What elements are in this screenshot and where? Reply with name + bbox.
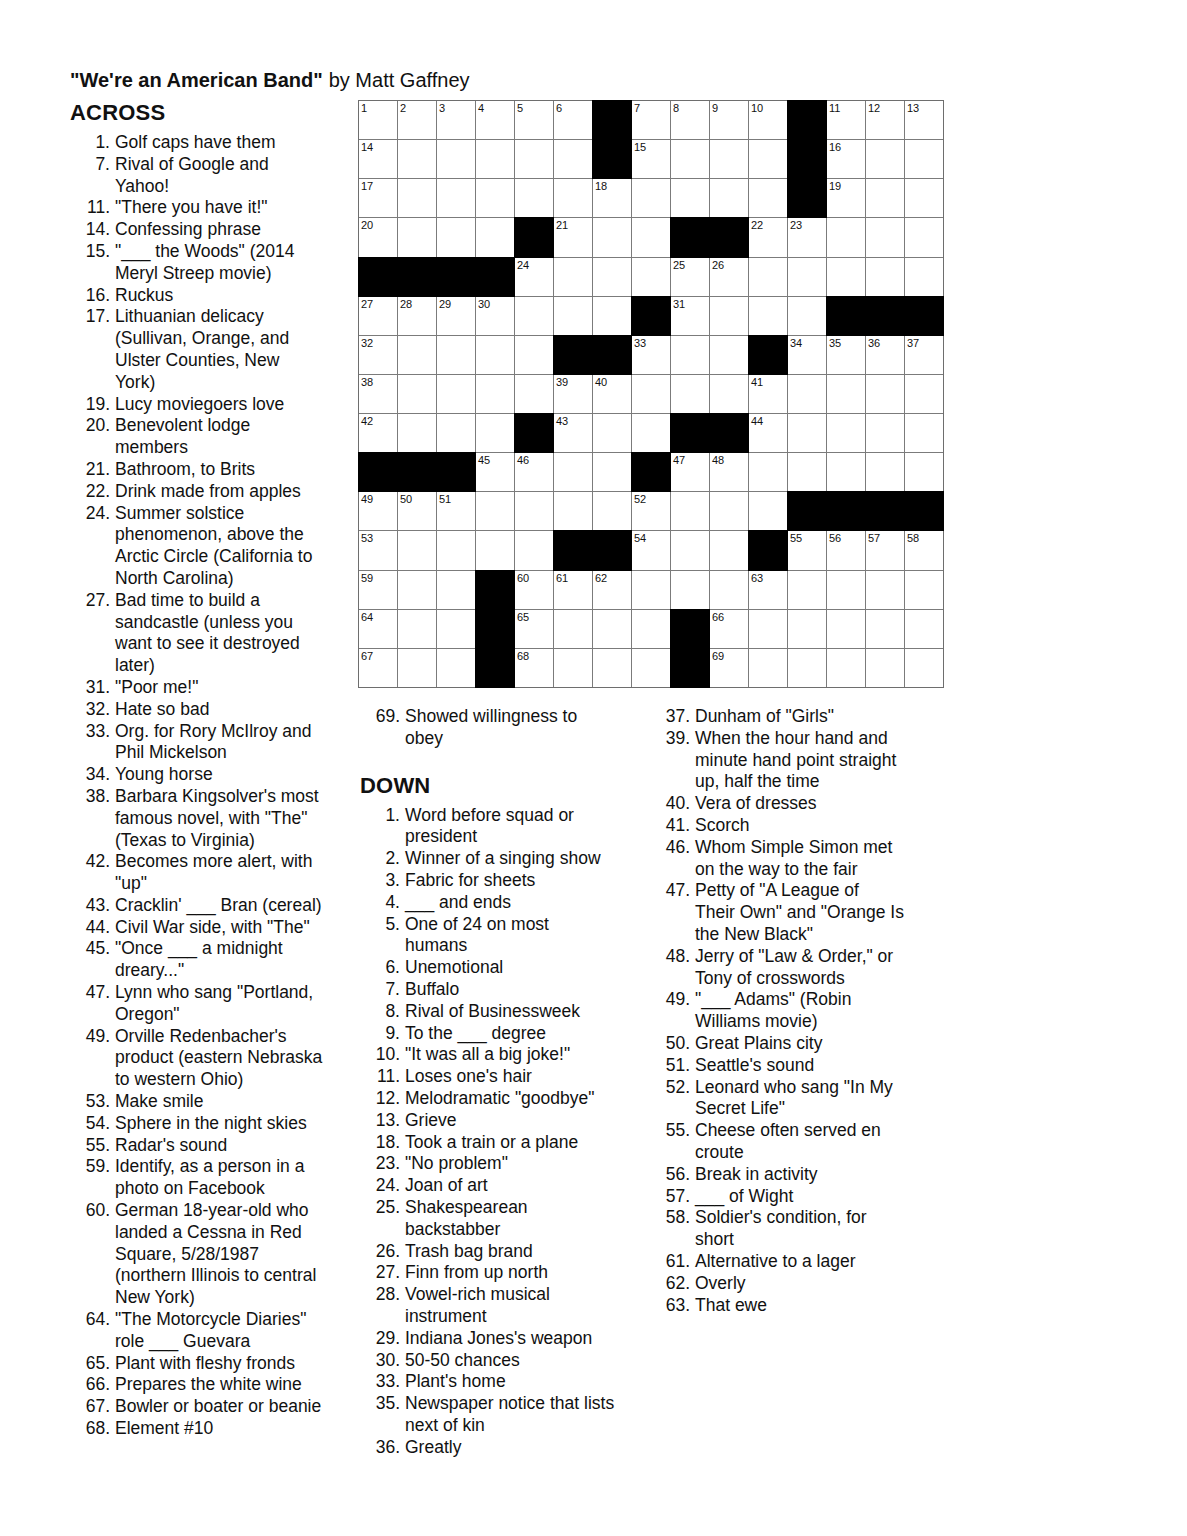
- grid-cell[interactable]: [866, 453, 904, 491]
- clue-text: One of 24 on most humans: [405, 914, 652, 958]
- grid-cell[interactable]: [476, 336, 514, 374]
- grid-cell[interactable]: 45: [476, 453, 514, 491]
- grid-cell[interactable]: 14: [359, 140, 397, 178]
- clue-item: 67.Bowler or boater or beanie: [70, 1396, 362, 1418]
- black-square: [632, 453, 670, 491]
- grid-cell[interactable]: 41: [749, 375, 787, 413]
- clue-item: 59.Identify, as a person in a photo on F…: [70, 1156, 362, 1200]
- grid-cell[interactable]: [710, 179, 748, 217]
- clue-number: 7.: [360, 979, 405, 1001]
- grid-cell[interactable]: [905, 571, 943, 609]
- clue-item: 69.Showed willingness to obey: [360, 706, 652, 750]
- clue-text: Scorch: [695, 815, 952, 837]
- grid-cell[interactable]: [671, 531, 709, 569]
- black-square: [476, 571, 514, 609]
- grid-cell[interactable]: 34: [788, 336, 826, 374]
- grid-cell[interactable]: [593, 258, 631, 296]
- grid-cell[interactable]: [866, 571, 904, 609]
- grid-cell[interactable]: [593, 218, 631, 256]
- grid-cell[interactable]: 7: [632, 101, 670, 139]
- black-square: [788, 140, 826, 178]
- grid-cell[interactable]: 67: [359, 649, 397, 687]
- grid-cell[interactable]: [788, 610, 826, 648]
- grid-cell[interactable]: 57: [866, 531, 904, 569]
- clue-item: 49.Orville Redenbacher's product (easter…: [70, 1026, 362, 1091]
- grid-cell[interactable]: [593, 297, 631, 335]
- grid-cell[interactable]: [476, 414, 514, 452]
- grid-cell[interactable]: [827, 258, 865, 296]
- grid-cell[interactable]: [671, 492, 709, 530]
- grid-cell[interactable]: 10: [749, 101, 787, 139]
- grid-cell[interactable]: 66: [710, 610, 748, 648]
- clue-item: 49."___ Adams" (Robin Williams movie): [650, 989, 952, 1033]
- clue-item: 13.Grieve: [360, 1110, 652, 1132]
- grid-cell[interactable]: [554, 649, 592, 687]
- grid-cell[interactable]: [554, 258, 592, 296]
- grid-cell[interactable]: 25: [671, 258, 709, 296]
- grid-cell[interactable]: [515, 336, 553, 374]
- grid-cell[interactable]: 28: [398, 297, 436, 335]
- grid-cell[interactable]: 5: [515, 101, 553, 139]
- grid-cell[interactable]: 40: [593, 375, 631, 413]
- grid-cell[interactable]: [437, 531, 475, 569]
- clue-item: 21.Bathroom, to Brits: [70, 459, 362, 481]
- grid-cell[interactable]: [710, 336, 748, 374]
- clue-number: 26.: [360, 1241, 405, 1263]
- cell-number: 19: [829, 180, 841, 192]
- grid-cell[interactable]: [710, 531, 748, 569]
- grid-cell[interactable]: [515, 297, 553, 335]
- grid-cell[interactable]: [905, 649, 943, 687]
- grid-cell[interactable]: [749, 258, 787, 296]
- black-square: [554, 336, 592, 374]
- grid-cell[interactable]: [398, 336, 436, 374]
- grid-cell[interactable]: [398, 218, 436, 256]
- clue-text: "No problem": [405, 1153, 652, 1175]
- clue-item: 29.Indiana Jones's weapon: [360, 1328, 652, 1350]
- grid-cell[interactable]: 1: [359, 101, 397, 139]
- grid-cell[interactable]: 59: [359, 571, 397, 609]
- grid-cell[interactable]: [593, 453, 631, 491]
- grid-cell[interactable]: [398, 375, 436, 413]
- clue-text: Cheese often served en croute: [695, 1120, 952, 1164]
- grid-cell[interactable]: [866, 258, 904, 296]
- grid-cell[interactable]: 55: [788, 531, 826, 569]
- clue-text: Alternative to a lager: [695, 1251, 952, 1273]
- cell-number: 9: [712, 102, 718, 114]
- grid-cell[interactable]: 24: [515, 258, 553, 296]
- grid-cell[interactable]: [788, 258, 826, 296]
- grid-cell[interactable]: [866, 414, 904, 452]
- clue-number: 28.: [360, 1284, 405, 1328]
- grid-cell[interactable]: [437, 375, 475, 413]
- grid-cell[interactable]: [827, 414, 865, 452]
- grid-cell[interactable]: 52: [632, 492, 670, 530]
- grid-cell[interactable]: [593, 414, 631, 452]
- clue-text: Vera of dresses: [695, 793, 952, 815]
- black-square: [710, 414, 748, 452]
- grid-cell[interactable]: [788, 571, 826, 609]
- grid-cell[interactable]: [632, 649, 670, 687]
- grid-cell[interactable]: [827, 610, 865, 648]
- grid-cell[interactable]: 62: [593, 571, 631, 609]
- grid-cell[interactable]: [710, 492, 748, 530]
- clue-number: 9.: [360, 1023, 405, 1045]
- across-clue-list: 1.Golf caps have them7.Rival of Google a…: [70, 132, 362, 1440]
- grid-cell[interactable]: [398, 649, 436, 687]
- cell-number: 59: [361, 572, 373, 584]
- clue-number: 43.: [70, 895, 115, 917]
- grid-cell[interactable]: 17: [359, 179, 397, 217]
- cell-number: 5: [517, 102, 523, 114]
- clue-number: 30.: [360, 1350, 405, 1372]
- grid-cell[interactable]: [710, 375, 748, 413]
- clue-text: 50-50 chances: [405, 1350, 652, 1372]
- grid-cell[interactable]: 31: [671, 297, 709, 335]
- grid-cell[interactable]: [632, 610, 670, 648]
- grid-cell[interactable]: [866, 179, 904, 217]
- clue-number: 46.: [650, 837, 695, 881]
- clue-text: Young horse: [115, 764, 362, 786]
- grid-cell[interactable]: [749, 140, 787, 178]
- clue-number: 62.: [650, 1273, 695, 1295]
- grid-cell[interactable]: [437, 610, 475, 648]
- grid-cell[interactable]: 4: [476, 101, 514, 139]
- clue-item: 40.Vera of dresses: [650, 793, 952, 815]
- clue-number: 14.: [70, 219, 115, 241]
- cell-number: 46: [517, 454, 529, 466]
- clue-number: 33.: [70, 721, 115, 765]
- clue-text: Great Plains city: [695, 1033, 952, 1055]
- grid-cell[interactable]: [788, 414, 826, 452]
- cell-number: 16: [829, 141, 841, 153]
- grid-cell[interactable]: [554, 179, 592, 217]
- grid-cell[interactable]: 48: [710, 453, 748, 491]
- grid-cell[interactable]: [749, 610, 787, 648]
- grid-cell[interactable]: 64: [359, 610, 397, 648]
- grid-cell[interactable]: [710, 297, 748, 335]
- grid-cell[interactable]: [632, 375, 670, 413]
- grid-cell[interactable]: [905, 375, 943, 413]
- grid-cell[interactable]: 23: [788, 218, 826, 256]
- black-square: [593, 336, 631, 374]
- clue-item: 38.Barbara Kingsolver's most famous nove…: [70, 786, 362, 851]
- grid-cell[interactable]: 20: [359, 218, 397, 256]
- grid-cell[interactable]: 15: [632, 140, 670, 178]
- grid-cell[interactable]: [437, 218, 475, 256]
- grid-cell[interactable]: 26: [710, 258, 748, 296]
- black-square: [476, 258, 514, 296]
- grid-cell[interactable]: [437, 649, 475, 687]
- black-square: [398, 258, 436, 296]
- clue-text: German 18-year-old who landed a Cessna i…: [115, 1200, 362, 1309]
- clue-number: 4.: [360, 892, 405, 914]
- black-square: [710, 218, 748, 256]
- grid-cell[interactable]: 35: [827, 336, 865, 374]
- grid-cell[interactable]: 47: [671, 453, 709, 491]
- clue-item: 24.Joan of art: [360, 1175, 652, 1197]
- grid-cell[interactable]: 2: [398, 101, 436, 139]
- clue-number: 47.: [650, 880, 695, 945]
- grid-cell[interactable]: [866, 140, 904, 178]
- grid-cell[interactable]: 68: [515, 649, 553, 687]
- grid-cell[interactable]: [788, 649, 826, 687]
- grid-cell[interactable]: 29: [437, 297, 475, 335]
- clue-text: Identify, as a person in a photo on Face…: [115, 1156, 362, 1200]
- clue-item: 64."The Motorcycle Diaries" role ___ Gue…: [70, 1309, 362, 1353]
- grid-cell[interactable]: [827, 649, 865, 687]
- grid-cell[interactable]: [749, 453, 787, 491]
- clue-number: 13.: [360, 1110, 405, 1132]
- grid-cell[interactable]: [827, 218, 865, 256]
- grid-cell[interactable]: [593, 492, 631, 530]
- clue-item: 56.Break in activity: [650, 1164, 952, 1186]
- clue-number: 44.: [70, 917, 115, 939]
- black-square: [593, 101, 631, 139]
- grid-cell[interactable]: [515, 375, 553, 413]
- clue-number: 6.: [360, 957, 405, 979]
- grid-cell[interactable]: 27: [359, 297, 397, 335]
- cell-number: 41: [751, 376, 763, 388]
- clue-text: Seattle's sound: [695, 1055, 952, 1077]
- clue-number: 48.: [650, 946, 695, 990]
- clue-number: 27.: [70, 590, 115, 677]
- cell-number: 18: [595, 180, 607, 192]
- clue-text: Summer solstice phenomenon, above the Ar…: [115, 503, 362, 590]
- grid-cell[interactable]: [905, 258, 943, 296]
- grid-cell[interactable]: [437, 179, 475, 217]
- grid-cell[interactable]: 60: [515, 571, 553, 609]
- grid-cell[interactable]: [398, 140, 436, 178]
- grid-cell[interactable]: [476, 375, 514, 413]
- grid-cell[interactable]: [827, 453, 865, 491]
- grid-cell[interactable]: [905, 179, 943, 217]
- clue-text: "Poor me!": [115, 677, 362, 699]
- grid-cell[interactable]: [593, 610, 631, 648]
- grid-cell[interactable]: [905, 218, 943, 256]
- clue-item: 25.Shakespearean backstabber: [360, 1197, 652, 1241]
- grid-cell[interactable]: [515, 492, 553, 530]
- clue-number: 47.: [70, 982, 115, 1026]
- grid-cell[interactable]: [905, 453, 943, 491]
- grid-cell[interactable]: [554, 297, 592, 335]
- grid-cell[interactable]: [632, 218, 670, 256]
- grid-cell[interactable]: [632, 571, 670, 609]
- grid-cell[interactable]: [398, 531, 436, 569]
- cell-number: 55: [790, 532, 802, 544]
- grid-cell[interactable]: 54: [632, 531, 670, 569]
- grid-cell[interactable]: 19: [827, 179, 865, 217]
- grid-cell[interactable]: [905, 140, 943, 178]
- grid-cell[interactable]: 18: [593, 179, 631, 217]
- grid-cell[interactable]: [749, 179, 787, 217]
- clue-number: 50.: [650, 1033, 695, 1055]
- grid-cell[interactable]: [437, 414, 475, 452]
- grid-cell[interactable]: [554, 140, 592, 178]
- grid-cell[interactable]: [554, 492, 592, 530]
- grid-cell[interactable]: 38: [359, 375, 397, 413]
- clue-number: 55.: [70, 1135, 115, 1157]
- clue-number: 22.: [70, 481, 115, 503]
- black-square: [788, 101, 826, 139]
- clue-text: Unemotional: [405, 957, 652, 979]
- clue-number: 10.: [360, 1044, 405, 1066]
- grid-cell[interactable]: [671, 179, 709, 217]
- right-clues-column: 37.Dunham of "Girls"39.When the hour han…: [650, 706, 952, 1316]
- down-heading: DOWN: [360, 773, 652, 799]
- grid-cell[interactable]: 33: [632, 336, 670, 374]
- clue-number: 67.: [70, 1396, 115, 1418]
- grid-cell[interactable]: 50: [398, 492, 436, 530]
- grid-cell[interactable]: 9: [710, 101, 748, 139]
- grid-cell[interactable]: 53: [359, 531, 397, 569]
- clue-text: Drink made from apples: [115, 481, 362, 503]
- grid-cell[interactable]: [671, 571, 709, 609]
- clue-item: 54.Sphere in the night skies: [70, 1113, 362, 1135]
- clue-text: Org. for Rory McIlroy and Phil Mickelson: [115, 721, 362, 765]
- cell-number: 7: [634, 102, 640, 114]
- grid-cell[interactable]: [788, 297, 826, 335]
- grid-cell[interactable]: [476, 218, 514, 256]
- grid-cell[interactable]: [905, 414, 943, 452]
- grid-cell[interactable]: 11: [827, 101, 865, 139]
- clue-number: 55.: [650, 1120, 695, 1164]
- cell-number: 60: [517, 572, 529, 584]
- grid-cell[interactable]: 36: [866, 336, 904, 374]
- clue-item: 27.Bad time to build a sandcastle (unles…: [70, 590, 362, 677]
- grid-cell[interactable]: [749, 297, 787, 335]
- grid-cell[interactable]: [866, 610, 904, 648]
- grid-cell[interactable]: [515, 531, 553, 569]
- grid-cell[interactable]: [398, 571, 436, 609]
- grid-cell[interactable]: 6: [554, 101, 592, 139]
- grid-cell[interactable]: 13: [905, 101, 943, 139]
- grid-cell[interactable]: 43: [554, 414, 592, 452]
- grid-cell[interactable]: 39: [554, 375, 592, 413]
- grid-cell[interactable]: [827, 375, 865, 413]
- clue-number: 64.: [70, 1309, 115, 1353]
- clue-item: 10."It was all a big joke!": [360, 1044, 652, 1066]
- grid-cell[interactable]: [476, 492, 514, 530]
- cell-number: 23: [790, 219, 802, 231]
- grid-cell[interactable]: 61: [554, 571, 592, 609]
- grid-cell[interactable]: 30: [476, 297, 514, 335]
- clue-item: 15."___ the Woods" (2014 Meryl Streep mo…: [70, 241, 362, 285]
- grid-cell[interactable]: 8: [671, 101, 709, 139]
- clue-item: 5.One of 24 on most humans: [360, 914, 652, 958]
- clue-text: "Once ___ a midnight dreary...": [115, 938, 362, 982]
- grid-cell[interactable]: 37: [905, 336, 943, 374]
- grid-cell[interactable]: 63: [749, 571, 787, 609]
- grid-cell[interactable]: [749, 492, 787, 530]
- grid-cell[interactable]: 12: [866, 101, 904, 139]
- cell-number: 44: [751, 415, 763, 427]
- clue-item: 51.Seattle's sound: [650, 1055, 952, 1077]
- cell-number: 4: [478, 102, 484, 114]
- clue-text: Benevolent lodge members: [115, 415, 362, 459]
- clue-text: Took a train or a plane: [405, 1132, 652, 1154]
- grid-cell[interactable]: [476, 531, 514, 569]
- cell-number: 37: [907, 337, 919, 349]
- clue-number: 11.: [70, 197, 115, 219]
- cell-number: 27: [361, 298, 373, 310]
- clue-text: Rival of Google and Yahoo!: [115, 154, 362, 198]
- cell-number: 52: [634, 493, 646, 505]
- grid-cell[interactable]: [593, 649, 631, 687]
- grid-cell[interactable]: 58: [905, 531, 943, 569]
- grid-cell[interactable]: 46: [515, 453, 553, 491]
- grid-cell[interactable]: 22: [749, 218, 787, 256]
- cell-number: 14: [361, 141, 373, 153]
- clue-number: 25.: [360, 1197, 405, 1241]
- grid-cell[interactable]: 44: [749, 414, 787, 452]
- grid-cell[interactable]: [788, 453, 826, 491]
- grid-cell[interactable]: 69: [710, 649, 748, 687]
- grid-cell[interactable]: 21: [554, 218, 592, 256]
- grid-cell[interactable]: [632, 258, 670, 296]
- grid-cell[interactable]: [515, 140, 553, 178]
- clue-item: 16.Ruckus: [70, 285, 362, 307]
- grid-cell[interactable]: [398, 179, 436, 217]
- black-square: [437, 453, 475, 491]
- grid-cell[interactable]: [632, 179, 670, 217]
- grid-cell[interactable]: [710, 571, 748, 609]
- grid-cell[interactable]: [515, 179, 553, 217]
- clue-number: 38.: [70, 786, 115, 851]
- grid-cell[interactable]: 51: [437, 492, 475, 530]
- grid-cell[interactable]: [671, 140, 709, 178]
- clue-item: 58.Soldier's condition, for short: [650, 1207, 952, 1251]
- grid-cell[interactable]: [788, 375, 826, 413]
- grid-cell[interactable]: [671, 375, 709, 413]
- clue-item: 61.Alternative to a lager: [650, 1251, 952, 1273]
- grid-cell[interactable]: 49: [359, 492, 397, 530]
- grid-cell[interactable]: [710, 140, 748, 178]
- cell-number: 64: [361, 611, 373, 623]
- grid-cell[interactable]: 3: [437, 101, 475, 139]
- cell-number: 62: [595, 572, 607, 584]
- grid-cell[interactable]: [749, 649, 787, 687]
- grid-cell[interactable]: [554, 453, 592, 491]
- grid-cell[interactable]: [554, 610, 592, 648]
- clue-item: 2.Winner of a singing show: [360, 848, 652, 870]
- clue-number: 2.: [360, 848, 405, 870]
- clue-number: 3.: [360, 870, 405, 892]
- grid-cell[interactable]: 42: [359, 414, 397, 452]
- grid-cell[interactable]: [398, 414, 436, 452]
- grid-cell[interactable]: [905, 610, 943, 648]
- grid-cell[interactable]: 16: [827, 140, 865, 178]
- grid-cell[interactable]: [866, 375, 904, 413]
- grid-cell[interactable]: [827, 571, 865, 609]
- grid-cell[interactable]: [866, 218, 904, 256]
- grid-cell[interactable]: [476, 140, 514, 178]
- clue-text: Newspaper notice that lists next of kin: [405, 1393, 652, 1437]
- grid-cell[interactable]: [437, 571, 475, 609]
- grid-cell[interactable]: [437, 140, 475, 178]
- grid-cell[interactable]: [476, 179, 514, 217]
- grid-cell[interactable]: [671, 336, 709, 374]
- grid-cell[interactable]: 32: [359, 336, 397, 374]
- grid-cell[interactable]: [866, 649, 904, 687]
- grid-cell[interactable]: 65: [515, 610, 553, 648]
- clue-number: 69.: [360, 706, 405, 750]
- grid-cell[interactable]: [398, 610, 436, 648]
- grid-cell[interactable]: 56: [827, 531, 865, 569]
- grid-cell[interactable]: [437, 336, 475, 374]
- grid-cell[interactable]: [632, 414, 670, 452]
- clue-text: Orville Redenbacher's product (eastern N…: [115, 1026, 362, 1091]
